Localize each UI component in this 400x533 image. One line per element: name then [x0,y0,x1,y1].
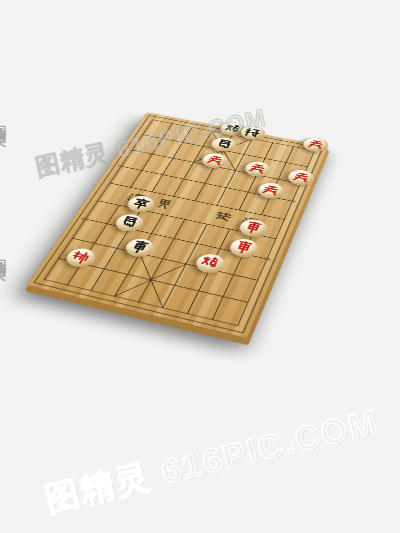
river-character [215,212,231,222]
stock-photo-scene: 图精灵 616PIC.COM 图精灵 616PIC.COM 图精灵 图精灵 [0,0,400,533]
watermark-diagonal-bottom: 图精灵 616PIC.COM [41,399,384,523]
watermark-left-fragment: 图精灵 [0,248,9,260]
river-character [158,199,170,208]
watermark-left-fragment: 图精灵 [0,114,9,126]
board-grid [27,112,328,337]
xiangqi-board[interactable] [27,112,328,337]
